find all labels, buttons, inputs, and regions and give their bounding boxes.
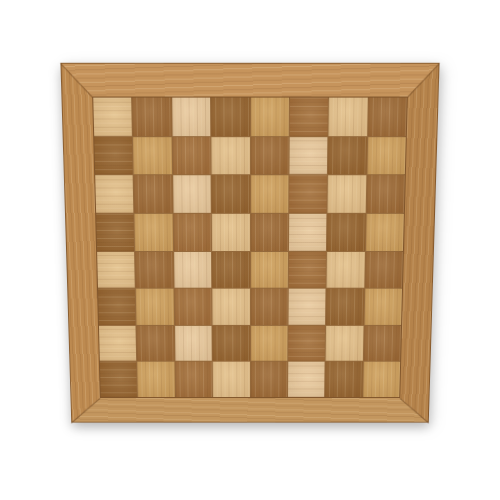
square-b7[interactable] bbox=[133, 137, 172, 175]
square-a5[interactable] bbox=[96, 214, 134, 251]
square-d1[interactable] bbox=[213, 362, 250, 397]
square-b1[interactable] bbox=[138, 362, 175, 397]
square-d5[interactable] bbox=[212, 214, 250, 251]
square-f3[interactable] bbox=[288, 289, 325, 325]
square-g5[interactable] bbox=[327, 214, 365, 251]
square-f4[interactable] bbox=[289, 251, 327, 287]
square-h4[interactable] bbox=[365, 251, 403, 287]
square-e8[interactable] bbox=[251, 98, 289, 136]
chess-board-grid bbox=[92, 97, 408, 398]
square-d7[interactable] bbox=[211, 137, 249, 175]
board-frame-bottom bbox=[71, 398, 430, 423]
square-g7[interactable] bbox=[328, 137, 367, 175]
square-g4[interactable] bbox=[327, 251, 365, 287]
square-e3[interactable] bbox=[250, 289, 287, 325]
square-b5[interactable] bbox=[135, 214, 173, 251]
square-c8[interactable] bbox=[172, 98, 211, 136]
square-e4[interactable] bbox=[250, 251, 287, 287]
square-g6[interactable] bbox=[328, 175, 366, 212]
square-a3[interactable] bbox=[98, 289, 136, 325]
square-c2[interactable] bbox=[175, 326, 212, 361]
square-c3[interactable] bbox=[174, 289, 211, 325]
photo-background bbox=[0, 0, 500, 500]
square-b3[interactable] bbox=[136, 289, 174, 325]
square-f8[interactable] bbox=[290, 98, 329, 136]
square-c7[interactable] bbox=[172, 137, 210, 175]
square-g3[interactable] bbox=[326, 289, 364, 325]
square-g8[interactable] bbox=[329, 98, 368, 136]
square-d4[interactable] bbox=[212, 251, 249, 287]
square-c5[interactable] bbox=[173, 214, 211, 251]
square-f2[interactable] bbox=[288, 326, 325, 361]
square-e2[interactable] bbox=[250, 326, 287, 361]
square-h6[interactable] bbox=[366, 175, 405, 212]
square-e7[interactable] bbox=[251, 137, 289, 175]
square-e5[interactable] bbox=[250, 214, 288, 251]
square-d2[interactable] bbox=[213, 326, 250, 361]
square-h7[interactable] bbox=[367, 137, 406, 175]
square-c6[interactable] bbox=[173, 175, 211, 212]
square-c1[interactable] bbox=[175, 362, 212, 397]
square-d8[interactable] bbox=[211, 98, 249, 136]
square-a1[interactable] bbox=[100, 362, 137, 397]
square-h2[interactable] bbox=[363, 326, 401, 361]
square-f7[interactable] bbox=[289, 137, 327, 175]
square-h3[interactable] bbox=[364, 289, 402, 325]
square-b6[interactable] bbox=[134, 175, 172, 212]
square-b2[interactable] bbox=[137, 326, 174, 361]
square-f5[interactable] bbox=[289, 214, 327, 251]
square-a6[interactable] bbox=[95, 175, 134, 212]
square-b8[interactable] bbox=[133, 98, 172, 136]
square-a8[interactable] bbox=[93, 98, 132, 136]
chess-board bbox=[60, 63, 439, 423]
square-g2[interactable] bbox=[326, 326, 363, 361]
square-g1[interactable] bbox=[325, 362, 362, 397]
square-d6[interactable] bbox=[212, 175, 250, 212]
square-a4[interactable] bbox=[97, 251, 135, 287]
square-b4[interactable] bbox=[135, 251, 173, 287]
square-a7[interactable] bbox=[94, 137, 133, 175]
square-a2[interactable] bbox=[99, 326, 137, 361]
square-e1[interactable] bbox=[250, 362, 287, 397]
square-h8[interactable] bbox=[368, 98, 407, 136]
square-f1[interactable] bbox=[288, 362, 325, 397]
square-f6[interactable] bbox=[289, 175, 327, 212]
square-e6[interactable] bbox=[251, 175, 289, 212]
square-c4[interactable] bbox=[174, 251, 212, 287]
square-d3[interactable] bbox=[212, 289, 249, 325]
square-h5[interactable] bbox=[366, 214, 404, 251]
board-frame-top bbox=[60, 63, 439, 97]
square-h1[interactable] bbox=[363, 362, 400, 397]
